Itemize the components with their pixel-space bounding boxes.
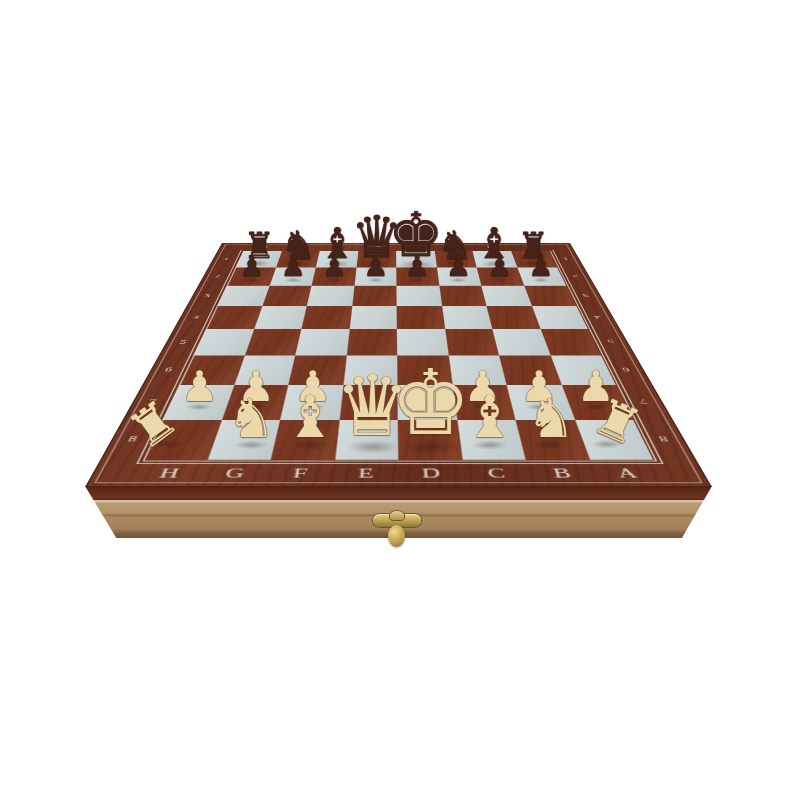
- square-f7: [280, 385, 343, 419]
- square-c8: [457, 420, 526, 460]
- square-g5: [244, 329, 301, 355]
- file-label-far-g: G: [282, 243, 322, 251]
- file-label-near-b: B: [526, 460, 600, 487]
- square-g2: [269, 267, 316, 285]
- file-label-far-b: B: [470, 243, 510, 251]
- file-label-far-f: F: [320, 243, 359, 251]
- clasp-boss: [390, 511, 404, 520]
- square-f4: [301, 306, 351, 329]
- square-c7: [452, 385, 515, 419]
- file-label-far-c: C: [433, 243, 472, 251]
- product-photo-stage: HGFEDCBA1122334455667788HGFEDCBA ♜♞♝♛♚♞♝…: [0, 0, 800, 800]
- square-h4: [206, 306, 262, 329]
- square-d3: [396, 286, 441, 306]
- square-f3: [307, 286, 354, 306]
- square-f2: [312, 267, 356, 285]
- square-h2: [227, 267, 276, 285]
- square-f1: [316, 251, 358, 267]
- file-label-near-f: F: [264, 460, 334, 487]
- corner-far-right: [545, 243, 575, 251]
- square-e8: [335, 420, 399, 460]
- square-d1: [396, 251, 436, 267]
- file-label-near-c: C: [462, 460, 533, 487]
- file-label-near-h: H: [130, 460, 207, 487]
- square-c5: [445, 329, 499, 355]
- clasp-pendant: [388, 525, 405, 547]
- square-g8: [207, 420, 280, 460]
- file-label-near-d: D: [398, 460, 465, 487]
- square-d8: [398, 420, 462, 460]
- square-h1: [235, 251, 281, 267]
- square-d6: [397, 355, 452, 385]
- square-e6: [343, 355, 398, 385]
- file-label-near-e: E: [331, 460, 398, 487]
- file-label-near-g: G: [197, 460, 270, 487]
- file-label-far-e: E: [358, 243, 396, 251]
- square-c2: [436, 267, 481, 285]
- square-g1: [276, 251, 320, 267]
- square-g3: [262, 286, 312, 306]
- square-d5: [397, 329, 448, 355]
- square-b1: [472, 251, 516, 267]
- square-c1: [434, 251, 476, 267]
- square-d7: [397, 385, 456, 419]
- brass-clasp: [371, 511, 423, 551]
- file-label-far-d: D: [396, 243, 434, 251]
- square-f8: [271, 420, 339, 460]
- square-c6: [448, 355, 507, 385]
- square-e7: [339, 385, 398, 419]
- square-e2: [354, 267, 396, 285]
- square-f5: [295, 329, 349, 355]
- square-c3: [439, 286, 487, 306]
- square-g6: [234, 355, 296, 385]
- square-e1: [356, 251, 396, 267]
- square-b2: [477, 267, 524, 285]
- chess-board: HGFEDCBA1122334455667788HGFEDCBA: [85, 243, 712, 487]
- square-d2: [396, 267, 439, 285]
- square-e4: [349, 306, 397, 329]
- file-label-far-a: A: [508, 243, 549, 251]
- square-d4: [397, 306, 445, 329]
- square-g4: [254, 306, 307, 329]
- square-e5: [346, 329, 397, 355]
- square-e3: [352, 286, 397, 306]
- square-c4: [442, 306, 493, 329]
- square-h3: [217, 286, 269, 306]
- square-f6: [288, 355, 346, 385]
- file-label-far-h: H: [243, 243, 284, 251]
- square-g7: [221, 385, 288, 419]
